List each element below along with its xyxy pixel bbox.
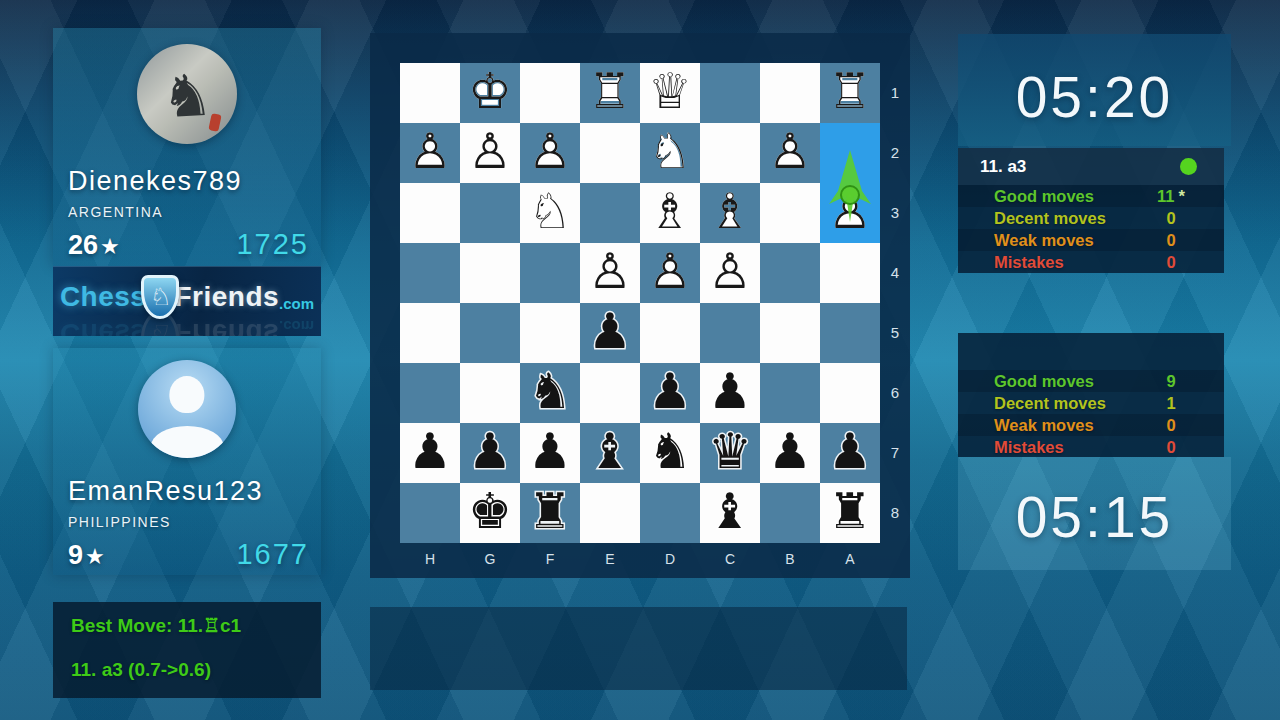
square-c8[interactable]: ♝♝: [700, 483, 760, 543]
square-d7[interactable]: ♞♞: [640, 423, 700, 483]
person-silhouette-body: [151, 426, 224, 458]
square-a5[interactable]: [820, 303, 880, 363]
square-e8[interactable]: [580, 483, 640, 543]
white-pawn-c4[interactable]: ♟♙: [700, 243, 760, 303]
rank-label-1: 1: [880, 63, 910, 123]
player-bottom-stars: 9★: [68, 540, 105, 571]
square-g5[interactable]: [460, 303, 520, 363]
file-label-g: G: [460, 543, 520, 578]
square-c5[interactable]: [700, 303, 760, 363]
black-pawn-d6[interactable]: ♟♟: [640, 363, 700, 423]
stats-row-good-moves: Good moves11*: [958, 185, 1224, 207]
square-b5[interactable]: [760, 303, 820, 363]
square-a7[interactable]: ♟♟: [820, 423, 880, 483]
square-e4[interactable]: ♟♙: [580, 243, 640, 303]
file-label-e: E: [580, 543, 640, 578]
move-quality-panel-bottom: Good moves9Decent moves1Weak moves0Mista…: [958, 333, 1224, 457]
move-quality-panel-top: 11. a3 Good moves11*Decent moves0Weak mo…: [958, 148, 1224, 273]
black-bishop-c8[interactable]: ♝♝: [700, 483, 760, 543]
square-f7[interactable]: ♟♟: [520, 423, 580, 483]
white-pawn-f2[interactable]: ♟♙: [520, 123, 580, 183]
square-e5[interactable]: ♟♟: [580, 303, 640, 363]
square-a6[interactable]: [820, 363, 880, 423]
square-d8[interactable]: [640, 483, 700, 543]
move-list-panel: [370, 607, 907, 690]
logo-text-com: .com: [279, 319, 314, 336]
player-bottom-stats-row: 9★ 1677: [68, 538, 309, 571]
stats-row-mistakes: Mistakes0: [958, 436, 1224, 458]
square-c1[interactable]: [700, 63, 760, 123]
square-b7[interactable]: ♟♟: [760, 423, 820, 483]
player-bottom-country: PHILIPPINES: [68, 514, 321, 530]
square-d4[interactable]: ♟♙: [640, 243, 700, 303]
square-e3[interactable]: [580, 183, 640, 243]
white-king-g1[interactable]: ♚♔: [460, 63, 520, 123]
square-h5[interactable]: [400, 303, 460, 363]
black-pawn-c6[interactable]: ♟♟: [700, 363, 760, 423]
player-top-stats-row: 26★ 1725: [68, 228, 309, 261]
clock-bottom: 05:15: [958, 484, 1231, 550]
square-d3[interactable]: ♝♗: [640, 183, 700, 243]
square-a1[interactable]: ♜♖: [820, 63, 880, 123]
square-d2[interactable]: ♞♘: [640, 123, 700, 183]
engine-status-dot-icon: [1180, 158, 1197, 175]
logo-text-chess: Chess: [60, 317, 147, 336]
square-f1[interactable]: [520, 63, 580, 123]
black-pawn-e5[interactable]: ♟♟: [580, 303, 640, 363]
white-bishop-c3[interactable]: ♝♗: [700, 183, 760, 243]
robot-avatar-image: ♞: [137, 44, 237, 144]
white-pawn-e4[interactable]: ♟♙: [580, 243, 640, 303]
black-pawn-a7[interactable]: ♟♟: [820, 423, 880, 483]
rank-label-4: 4: [880, 243, 910, 303]
square-a4[interactable]: [820, 243, 880, 303]
stats-row-weak-moves: Weak moves0: [958, 229, 1224, 251]
white-knight-d2[interactable]: ♞♘: [640, 123, 700, 183]
white-rook-a1[interactable]: ♜♖: [820, 63, 880, 123]
square-g6[interactable]: [460, 363, 520, 423]
square-b3[interactable]: [760, 183, 820, 243]
player-card-bottom: EmanResu123 PHILIPPINES 9★ 1677: [53, 348, 321, 575]
square-b8[interactable]: [760, 483, 820, 543]
square-a3[interactable]: ♟♙: [820, 183, 880, 243]
square-g3[interactable]: [460, 183, 520, 243]
chess-board-panel: ♚♔♜♖♛♕♜♖♟♙♟♙♟♙♞♘♟♙♞♘♝♗♝♗♟♙♟♙♟♙♟♙♟♟♞♞♟♟♟♟…: [370, 33, 910, 578]
player-top-rating: 1725: [236, 228, 309, 261]
square-h8[interactable]: [400, 483, 460, 543]
square-f5[interactable]: [520, 303, 580, 363]
square-h2[interactable]: ♟♙: [400, 123, 460, 183]
player-top-stars: 26★: [68, 230, 120, 261]
file-label-a: A: [820, 543, 880, 578]
logo-text-chess: Chess: [60, 281, 147, 313]
square-h1[interactable]: [400, 63, 460, 123]
rank-label-6: 6: [880, 363, 910, 423]
square-d6[interactable]: ♟♟: [640, 363, 700, 423]
played-move-eval-line: 11. a3 (0.7->0.6): [71, 659, 321, 681]
square-g1[interactable]: ♚♔: [460, 63, 520, 123]
stats-row-good-moves: Good moves9: [958, 370, 1224, 392]
square-h4[interactable]: [400, 243, 460, 303]
stats-row-weak-moves: Weak moves0: [958, 414, 1224, 436]
logo-text-friends: Friends: [174, 281, 279, 313]
person-silhouette-icon: [169, 376, 204, 413]
file-label-b: B: [760, 543, 820, 578]
square-a8[interactable]: ♜♜: [820, 483, 880, 543]
square-e6[interactable]: [580, 363, 640, 423]
clock-top: 05:20: [958, 64, 1231, 130]
black-pawn-b7[interactable]: ♟♟: [760, 423, 820, 483]
square-c7[interactable]: ♛♛: [700, 423, 760, 483]
star-icon: ★: [100, 234, 120, 259]
file-label-h: H: [400, 543, 460, 578]
square-b4[interactable]: [760, 243, 820, 303]
square-h3[interactable]: [400, 183, 460, 243]
stats-row-decent-moves: Decent moves0: [958, 207, 1224, 229]
black-rook-f8[interactable]: ♜♜: [520, 483, 580, 543]
player-card-top: ♞ Dienekes789 ARGENTINA 26★ 1725: [53, 28, 321, 266]
square-c6[interactable]: ♟♟: [700, 363, 760, 423]
black-pawn-h7[interactable]: ♟♟: [400, 423, 460, 483]
square-b1[interactable]: [760, 63, 820, 123]
stats-row-mistakes: Mistakes0: [958, 251, 1224, 273]
player-top-avatar[interactable]: ♞: [137, 44, 237, 144]
square-b2[interactable]: ♟♙: [760, 123, 820, 183]
square-g2[interactable]: ♟♙: [460, 123, 520, 183]
black-queen-c7[interactable]: ♛♛: [700, 423, 760, 483]
white-pawn-b2[interactable]: ♟♙: [760, 123, 820, 183]
file-label-f: F: [520, 543, 580, 578]
square-d5[interactable]: [640, 303, 700, 363]
square-a2[interactable]: [820, 123, 880, 183]
chess-board: ♚♔♜♖♛♕♜♖♟♙♟♙♟♙♞♘♟♙♞♘♝♗♝♗♟♙♟♙♟♙♟♙♟♟♞♞♟♟♟♟…: [400, 63, 880, 543]
player-top-country: ARGENTINA: [68, 204, 321, 220]
shield-knight-icon: ♘: [141, 275, 179, 319]
file-labels: HGFEDCBA: [400, 543, 880, 578]
file-label-d: D: [640, 543, 700, 578]
square-d1[interactable]: ♛♕: [640, 63, 700, 123]
player-bottom-name[interactable]: EmanResu123: [68, 476, 321, 507]
square-h7[interactable]: ♟♟: [400, 423, 460, 483]
white-queen-d1[interactable]: ♛♕: [640, 63, 700, 123]
square-c2[interactable]: [700, 123, 760, 183]
rank-label-8: 8: [880, 483, 910, 543]
black-pawn-g7[interactable]: ♟♟: [460, 423, 520, 483]
file-label-c: C: [700, 543, 760, 578]
logo-text-com: .com: [279, 295, 314, 312]
app-background: ♞ Dienekes789 ARGENTINA 26★ 1725 Chess ♘…: [0, 0, 1280, 720]
star-icon: ★: [85, 544, 105, 569]
white-pawn-g2[interactable]: ♟♙: [460, 123, 520, 183]
square-e1[interactable]: ♜♖: [580, 63, 640, 123]
square-f3[interactable]: ♞♘: [520, 183, 580, 243]
square-f8[interactable]: ♜♜: [520, 483, 580, 543]
square-b6[interactable]: [760, 363, 820, 423]
stats-header-blank: [958, 333, 1224, 370]
current-move-header: 11. a3: [958, 148, 1224, 185]
black-rook-a8[interactable]: ♜♜: [820, 483, 880, 543]
white-rook-e1[interactable]: ♜♖: [580, 63, 640, 123]
player-top-name[interactable]: Dienekes789: [68, 166, 321, 197]
rank-label-7: 7: [880, 423, 910, 483]
site-logo: Chess ♘ Friends .com: [53, 312, 321, 336]
logo-text-friends: Friends: [174, 317, 279, 336]
square-f6[interactable]: ♞♞: [520, 363, 580, 423]
rank-label-5: 5: [880, 303, 910, 363]
rank-label-2: 2: [880, 123, 910, 183]
square-f2[interactable]: ♟♙: [520, 123, 580, 183]
square-g8[interactable]: ♚♚: [460, 483, 520, 543]
square-c3[interactable]: ♝♗: [700, 183, 760, 243]
rank-label-3: 3: [880, 183, 910, 243]
black-knight-f6[interactable]: ♞♞: [520, 363, 580, 423]
square-c4[interactable]: ♟♙: [700, 243, 760, 303]
square-h6[interactable]: [400, 363, 460, 423]
square-f4[interactable]: [520, 243, 580, 303]
white-knight-f3[interactable]: ♞♘: [520, 183, 580, 243]
square-g4[interactable]: [460, 243, 520, 303]
site-logo-banner[interactable]: Chess ♘ Friends .com Chess ♘ Friends .co…: [53, 266, 321, 336]
player-bottom-avatar[interactable]: [138, 360, 236, 458]
square-e7[interactable]: ♝♝: [580, 423, 640, 483]
stats-row-decent-moves: Decent moves1: [958, 392, 1224, 414]
square-g7[interactable]: ♟♟: [460, 423, 520, 483]
square-e2[interactable]: [580, 123, 640, 183]
black-king-g8[interactable]: ♚♚: [460, 483, 520, 543]
player-bottom-rating: 1677: [236, 538, 309, 571]
white-pawn-d4[interactable]: ♟♙: [640, 243, 700, 303]
best-move-box: Best Move: 11.♖c1 11. a3 (0.7->0.6): [53, 602, 321, 698]
rank-labels: 12345678: [880, 63, 910, 543]
white-pawn-h2[interactable]: ♟♙: [400, 123, 460, 183]
black-knight-d7[interactable]: ♞♞: [640, 423, 700, 483]
white-pawn-a3[interactable]: ♟♙: [820, 183, 880, 243]
black-pawn-f7[interactable]: ♟♟: [520, 423, 580, 483]
best-move-line: Best Move: 11.♖c1: [71, 614, 321, 637]
black-bishop-e7[interactable]: ♝♝: [580, 423, 640, 483]
white-bishop-d3[interactable]: ♝♗: [640, 183, 700, 243]
